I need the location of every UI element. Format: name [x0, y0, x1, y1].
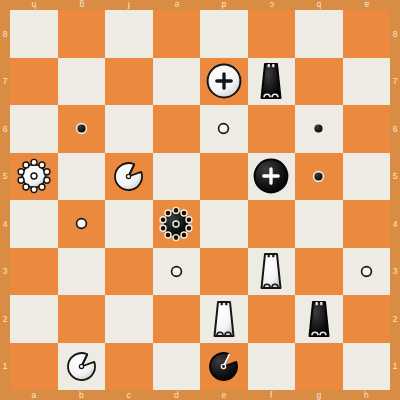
square-b7[interactable]	[58, 58, 106, 106]
file-label: c	[105, 390, 153, 400]
square-f3[interactable]	[248, 248, 296, 296]
square-f2[interactable]	[248, 295, 296, 343]
rank-label: 7	[0, 58, 10, 106]
square-h8[interactable]	[343, 10, 391, 58]
file-label: h	[343, 390, 391, 400]
square-g2[interactable]	[295, 295, 343, 343]
white-rook[interactable]	[211, 299, 237, 339]
square-e3[interactable]	[200, 248, 248, 296]
white-pawn[interactable]	[75, 217, 88, 230]
square-a3[interactable]	[10, 248, 58, 296]
square-h7[interactable]	[343, 58, 391, 106]
square-h3[interactable]	[343, 248, 391, 296]
square-e6[interactable]	[200, 105, 248, 153]
square-f4[interactable]	[248, 200, 296, 248]
file-label: g	[295, 390, 343, 400]
square-b3[interactable]	[58, 248, 106, 296]
black-pawn[interactable]	[312, 170, 325, 183]
file-label: f	[248, 390, 296, 400]
file-label: e	[200, 390, 248, 400]
square-c1[interactable]	[105, 343, 153, 391]
file-label: d	[153, 390, 201, 400]
white-pawn[interactable]	[217, 122, 230, 135]
rank-label: 1	[0, 343, 10, 391]
square-d2[interactable]	[153, 295, 201, 343]
square-a1[interactable]	[10, 343, 58, 391]
rank-label: 2	[0, 295, 10, 343]
square-a4[interactable]	[10, 200, 58, 248]
square-e8[interactable]	[200, 10, 248, 58]
square-g3[interactable]	[295, 248, 343, 296]
square-f8[interactable]	[248, 10, 296, 58]
chess-board[interactable]	[10, 10, 390, 390]
file-label: g	[58, 0, 106, 10]
square-e1[interactable]	[200, 343, 248, 391]
rank-label: 8	[0, 10, 10, 58]
square-e7[interactable]	[200, 58, 248, 106]
rank-labels-left: 87654321	[0, 10, 10, 390]
rank-label: 3	[0, 248, 10, 296]
square-e5[interactable]	[200, 153, 248, 201]
file-labels-bottom: abcdefgh	[10, 390, 390, 400]
square-f7[interactable]	[248, 58, 296, 106]
square-c3[interactable]	[105, 248, 153, 296]
square-a2[interactable]	[10, 295, 58, 343]
rank-label: 1	[390, 343, 400, 391]
square-g4[interactable]	[295, 200, 343, 248]
black-bishop[interactable]	[208, 351, 239, 382]
square-d6[interactable]	[153, 105, 201, 153]
square-g1[interactable]	[295, 343, 343, 391]
square-g6[interactable]	[295, 105, 343, 153]
square-f1[interactable]	[248, 343, 296, 391]
square-d8[interactable]	[153, 10, 201, 58]
square-b1[interactable]	[58, 343, 106, 391]
rank-label: 6	[0, 105, 10, 153]
square-d1[interactable]	[153, 343, 201, 391]
square-c6[interactable]	[105, 105, 153, 153]
square-c2[interactable]	[105, 295, 153, 343]
square-a6[interactable]	[10, 105, 58, 153]
square-d7[interactable]	[153, 58, 201, 106]
square-d5[interactable]	[153, 153, 201, 201]
file-label: h	[10, 0, 58, 10]
file-label: e	[153, 0, 201, 10]
square-e4[interactable]	[200, 200, 248, 248]
square-c5[interactable]	[105, 153, 153, 201]
rank-labels-right: 87654321	[390, 10, 400, 390]
black-king[interactable]	[252, 157, 290, 195]
square-g8[interactable]	[295, 10, 343, 58]
black-pawn[interactable]	[75, 122, 88, 135]
square-b8[interactable]	[58, 10, 106, 58]
file-label: b	[295, 0, 343, 10]
file-label: b	[58, 390, 106, 400]
rank-label: 5	[0, 153, 10, 201]
black-pawn[interactable]	[312, 122, 325, 135]
square-h5[interactable]	[343, 153, 391, 201]
square-h6[interactable]	[343, 105, 391, 153]
square-d3[interactable]	[153, 248, 201, 296]
square-h4[interactable]	[343, 200, 391, 248]
file-label: f	[105, 0, 153, 10]
square-b2[interactable]	[58, 295, 106, 343]
rank-label: 2	[390, 295, 400, 343]
white-king[interactable]	[205, 62, 243, 100]
white-rook[interactable]	[258, 251, 284, 291]
square-f5[interactable]	[248, 153, 296, 201]
square-a5[interactable]	[10, 153, 58, 201]
black-rook[interactable]	[306, 299, 332, 339]
square-h2[interactable]	[343, 295, 391, 343]
square-d4[interactable]	[153, 200, 201, 248]
white-bishop[interactable]	[113, 161, 144, 192]
rank-label: 7	[390, 58, 400, 106]
file-label: a	[10, 390, 58, 400]
square-c7[interactable]	[105, 58, 153, 106]
square-b4[interactable]	[58, 200, 106, 248]
square-a8[interactable]	[10, 10, 58, 58]
rank-label: 4	[0, 200, 10, 248]
rank-label: 5	[390, 153, 400, 201]
chess-board-frame: hgfedcba abcdefgh 87654321 87654321	[0, 0, 400, 400]
rank-label: 8	[390, 10, 400, 58]
square-g7[interactable]	[295, 58, 343, 106]
square-b5[interactable]	[58, 153, 106, 201]
rank-label: 4	[390, 200, 400, 248]
rank-label: 6	[390, 105, 400, 153]
white-pawn[interactable]	[170, 265, 183, 278]
square-g5[interactable]	[295, 153, 343, 201]
file-label: a	[343, 0, 391, 10]
square-a7[interactable]	[10, 58, 58, 106]
black-rook[interactable]	[258, 61, 284, 101]
rank-label: 3	[390, 248, 400, 296]
black-queen[interactable]	[157, 205, 195, 243]
square-e2[interactable]	[200, 295, 248, 343]
white-queen[interactable]	[15, 157, 53, 195]
square-c4[interactable]	[105, 200, 153, 248]
file-label: d	[200, 0, 248, 10]
square-h1[interactable]	[343, 343, 391, 391]
square-c8[interactable]	[105, 10, 153, 58]
white-pawn[interactable]	[360, 265, 373, 278]
file-labels-top: hgfedcba	[10, 0, 390, 10]
square-f6[interactable]	[248, 105, 296, 153]
file-label: c	[248, 0, 296, 10]
square-b6[interactable]	[58, 105, 106, 153]
white-bishop[interactable]	[66, 351, 97, 382]
